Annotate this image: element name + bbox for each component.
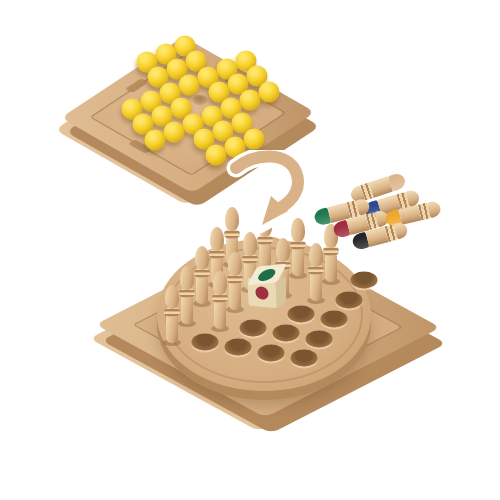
dice-right-face: [276, 276, 286, 309]
solitaire-yellow-ball[interactable]: [205, 144, 226, 165]
peg-body: [310, 273, 322, 301]
peg-head: [228, 252, 242, 276]
rack-hole[interactable]: [258, 344, 285, 361]
peg-head: [243, 232, 257, 256]
peg-body: [166, 315, 178, 343]
dice-red-dot: [255, 286, 269, 300]
solitaire-yellow-ball[interactable]: [163, 121, 184, 142]
peg-body: [181, 296, 193, 324]
peg-body: [325, 254, 337, 282]
peg-head: [210, 227, 224, 251]
solitaire-yellow-ball[interactable]: [144, 129, 165, 150]
memory-peg[interactable]: [306, 243, 326, 301]
peg-head: [213, 271, 227, 295]
peg-body: [229, 282, 241, 310]
peg-head: [427, 200, 442, 218]
peg-head: [195, 246, 209, 270]
rack-hole[interactable]: [321, 311, 348, 328]
rack-hole[interactable]: [336, 291, 363, 308]
rack-hole[interactable]: [351, 272, 378, 289]
peg-body: [292, 248, 304, 276]
rack-hole[interactable]: [291, 350, 318, 367]
solitaire-empty-center-hole[interactable]: [193, 95, 208, 105]
peg-body: [196, 276, 208, 304]
peg-body: [214, 301, 226, 329]
peg-head: [180, 266, 194, 290]
rack-hole[interactable]: [225, 339, 252, 356]
rack-hole[interactable]: [192, 333, 219, 350]
peg-head: [309, 243, 323, 267]
solitaire-yellow-ball[interactable]: [243, 128, 264, 149]
rack-hole[interactable]: [306, 330, 333, 347]
memory-peg[interactable]: [162, 285, 182, 343]
memory-peg[interactable]: [210, 271, 230, 329]
color-dice[interactable]: [248, 264, 288, 310]
rack-hole[interactable]: [240, 319, 267, 336]
caption: Wooden memory chess peg game (product ph…: [0, 0, 1, 1]
solitaire-yellow-ball[interactable]: [178, 74, 199, 95]
peg-head: [276, 238, 290, 262]
peg-head: [165, 285, 179, 309]
transfer-arrow-icon: [226, 150, 318, 234]
dice-green-dot: [256, 268, 278, 282]
solitaire-yellow-ball[interactable]: [239, 89, 260, 110]
rack-hole[interactable]: [273, 325, 300, 342]
product-photo-scene: Wooden memory chess peg game (product ph…: [0, 0, 500, 500]
solitaire-yellow-ball[interactable]: [258, 81, 279, 102]
rack-hole[interactable]: [288, 305, 315, 322]
